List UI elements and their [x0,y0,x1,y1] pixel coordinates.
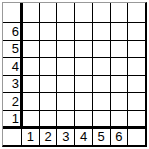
board-cell-r4-c6[interactable] [111,76,128,93]
spreadsheet-screenshot: 654321123456 [0,0,149,149]
board-cell-r4-c7[interactable] [128,76,145,93]
row-label-1: 1 [3,111,21,128]
board-cell-r4-c3[interactable] [57,76,74,93]
board-cell-r2-c6[interactable] [111,41,128,58]
board-cell-r3-c3[interactable] [57,58,74,75]
board-cell-r3-c1[interactable] [22,58,39,75]
puzzle-board: 654321123456 [2,2,147,147]
board-cell-r4-c4[interactable] [75,76,92,93]
row-label-2: 2 [3,93,21,110]
board-cell-r5-c3[interactable] [57,93,74,110]
row-label-5: 5 [3,41,21,58]
row-label-6: 6 [3,23,21,40]
board-cell-r0-c6[interactable] [111,3,128,22]
board-cell-r0-c7[interactable] [128,3,145,22]
board-cell-r1-c5[interactable] [93,23,110,40]
board-cell-r1-c2[interactable] [40,23,57,40]
row-label-4: 4 [3,58,21,75]
board-cell-r5-c5[interactable] [93,93,110,110]
board-cell-r3-c5[interactable] [93,58,110,75]
board-cell-r3-c2[interactable] [40,58,57,75]
board-cell-r5-c7[interactable] [128,93,145,110]
corner-cell-r0-c0 [3,3,21,22]
board-cell-r6-c7[interactable] [128,111,145,128]
axis-divider-horizontal [3,126,145,129]
board-cell-r4-c2[interactable] [40,76,57,93]
board-cell-r1-c3[interactable] [57,23,74,40]
axis-divider-vertical [20,3,23,129]
col-label-1: 1 [22,128,39,145]
board-cell-r1-c1[interactable] [22,23,39,40]
board-cell-r6-c5[interactable] [93,111,110,128]
row-label-3: 3 [3,76,21,93]
col-label-2: 2 [40,128,57,145]
corner-cell-r7-c0 [3,128,21,145]
board-cell-r5-c6[interactable] [111,93,128,110]
col-label-3: 3 [57,128,74,145]
board-cell-r6-c6[interactable] [111,111,128,128]
board-cell-r3-c4[interactable] [75,58,92,75]
board-grid: 654321123456 [3,3,145,145]
board-cell-r6-c4[interactable] [75,111,92,128]
board-cell-r4-c5[interactable] [93,76,110,93]
col-label-6: 6 [111,128,128,145]
board-cell-r2-c3[interactable] [57,41,74,58]
col-label-5: 5 [93,128,110,145]
board-cell-r2-c4[interactable] [75,41,92,58]
board-cell-r0-c4[interactable] [75,3,92,22]
board-cell-r2-c1[interactable] [22,41,39,58]
board-cell-r2-c7[interactable] [128,41,145,58]
board-cell-r0-c5[interactable] [93,3,110,22]
board-cell-r2-c5[interactable] [93,41,110,58]
board-cell-r6-c2[interactable] [40,111,57,128]
board-cell-r6-c3[interactable] [57,111,74,128]
board-cell-r5-c4[interactable] [75,93,92,110]
col-label-4: 4 [75,128,92,145]
board-cell-r1-c7[interactable] [128,23,145,40]
board-cell-r6-c1[interactable] [22,111,39,128]
board-cell-r5-c1[interactable] [22,93,39,110]
board-cell-r4-c1[interactable] [22,76,39,93]
board-cell-r1-c6[interactable] [111,23,128,40]
board-cell-r0-c3[interactable] [57,3,74,22]
board-cell-r2-c2[interactable] [40,41,57,58]
board-cell-r0-c2[interactable] [40,3,57,22]
board-cell-r0-c1[interactable] [22,3,39,22]
board-cell-r1-c4[interactable] [75,23,92,40]
board-cell-r3-c6[interactable] [111,58,128,75]
board-cell-r5-c2[interactable] [40,93,57,110]
corner-cell-r7-c7 [128,128,145,145]
board-cell-r3-c7[interactable] [128,58,145,75]
